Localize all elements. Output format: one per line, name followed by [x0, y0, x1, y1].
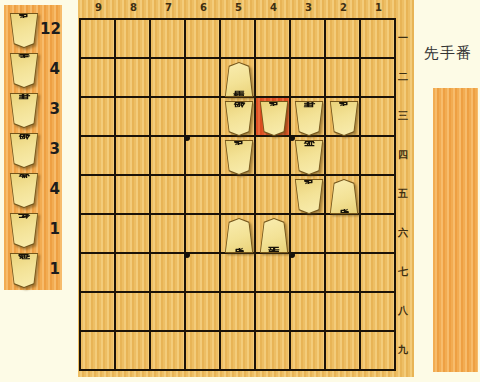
square-6-6[interactable]: [186, 215, 219, 252]
square-9-1[interactable]: [81, 20, 114, 57]
piece-shape: 龍馬: [224, 62, 254, 97]
piece-gold[interactable]: 金将: [9, 173, 39, 208]
square-1-9[interactable]: [361, 332, 394, 369]
square-1-1[interactable]: [361, 20, 394, 57]
piece-shape: 飛車: [9, 253, 39, 288]
piece-king-f3r4[interactable]: 玉将: [294, 140, 324, 175]
square-9-9[interactable]: [81, 332, 114, 369]
piece-face: 角行: [10, 214, 38, 247]
square-6-8[interactable]: [186, 293, 219, 330]
square-1-2[interactable]: [361, 59, 394, 96]
piece-shape: 歩兵: [329, 179, 359, 214]
square-2-6[interactable]: [326, 215, 359, 252]
square-7-7[interactable]: [151, 254, 184, 291]
square-9-7[interactable]: [81, 254, 114, 291]
square-9-2[interactable]: [81, 59, 114, 96]
piece-promoted-rook-f4r6[interactable]: 龍王: [259, 218, 289, 253]
piece-face: 歩兵: [330, 102, 358, 135]
square-7-6[interactable]: [151, 215, 184, 252]
square-8-6[interactable]: [116, 215, 149, 252]
piece-face: 銀将: [10, 134, 38, 167]
piece-face: 歩兵: [10, 14, 38, 47]
gote-hand-tray: 歩兵12香車4桂馬3銀将3金将4角行1飛車1: [4, 5, 62, 290]
piece-pawn-f4r3[interactable]: 歩兵: [259, 101, 289, 136]
square-6-5[interactable]: [186, 176, 219, 213]
hoshi-point: [289, 252, 295, 258]
piece-face: 銀将: [225, 102, 253, 135]
file-coordinate-labels: 987654321: [81, 2, 396, 13]
piece-face: 玉将: [295, 141, 323, 174]
piece-knight-f3r3[interactable]: 桂馬: [294, 101, 324, 136]
square-3-9[interactable]: [291, 332, 324, 369]
piece-shape: 歩兵: [9, 13, 39, 48]
file-label-8: 8: [116, 2, 151, 13]
piece-face: 龍馬: [225, 63, 253, 96]
file-label-3: 3: [291, 2, 326, 13]
piece-rook[interactable]: 飛車: [9, 253, 39, 288]
square-2-4[interactable]: [326, 137, 359, 174]
square-3-2[interactable]: [291, 59, 324, 96]
square-9-6[interactable]: [81, 215, 114, 252]
shogi-board: 987654321 一二三四五六七八九 龍馬銀将歩兵桂馬歩兵歩兵玉将歩兵歩兵歩兵…: [78, 0, 414, 377]
square-7-1[interactable]: [151, 20, 184, 57]
piece-silver[interactable]: 銀将: [9, 133, 39, 168]
square-7-3[interactable]: [151, 98, 184, 135]
hand-row-lance: 香車4: [4, 52, 62, 92]
file-label-7: 7: [151, 2, 186, 13]
square-2-8[interactable]: [326, 293, 359, 330]
piece-shape: 金将: [9, 173, 39, 208]
piece-shape: 歩兵: [259, 101, 289, 136]
piece-shape: 桂馬: [9, 93, 39, 128]
piece-shape: 桂馬: [294, 101, 324, 136]
piece-face: 桂馬: [295, 102, 323, 135]
piece-silver-f5r3[interactable]: 銀将: [224, 101, 254, 136]
square-4-1[interactable]: [256, 20, 289, 57]
hand-row-gold: 金将4: [4, 172, 62, 212]
rank-label-3: 三: [398, 96, 408, 135]
piece-shape: 龍王: [259, 218, 289, 253]
square-5-9[interactable]: [221, 332, 254, 369]
hand-count-silver: 3: [40, 140, 60, 158]
hand-count-pawn: 12: [40, 20, 60, 38]
piece-pawn-f5r6[interactable]: 歩兵: [224, 218, 254, 253]
hand-row-silver: 銀将3: [4, 132, 62, 172]
piece-face: 香車: [10, 54, 38, 87]
file-label-9: 9: [81, 2, 116, 13]
square-7-5[interactable]: [151, 176, 184, 213]
hoshi-point: [184, 135, 190, 141]
square-8-8[interactable]: [116, 293, 149, 330]
piece-face: 歩兵: [225, 141, 253, 174]
sente-hand-tray: [433, 88, 478, 372]
rank-label-6: 六: [398, 213, 408, 252]
square-8-2[interactable]: [116, 59, 149, 96]
piece-shape: 角行: [9, 213, 39, 248]
piece-shape: 銀将: [9, 133, 39, 168]
square-6-9[interactable]: [186, 332, 219, 369]
hand-row-rook: 飛車1: [4, 252, 62, 292]
piece-shape: 歩兵: [329, 101, 359, 136]
rank-label-2: 二: [398, 57, 408, 96]
piece-bishop[interactable]: 角行: [9, 213, 39, 248]
file-label-2: 2: [326, 2, 361, 13]
rank-coordinate-labels: 一二三四五六七八九: [398, 18, 408, 369]
piece-face: 金将: [10, 174, 38, 207]
piece-shape: 歩兵: [224, 140, 254, 175]
piece-shape: 玉将: [294, 140, 324, 175]
rank-label-7: 七: [398, 252, 408, 291]
piece-lance[interactable]: 香車: [9, 53, 39, 88]
square-3-1[interactable]: [291, 20, 324, 57]
square-7-4[interactable]: [151, 137, 184, 174]
piece-shape: 銀将: [224, 101, 254, 136]
hand-count-rook: 1: [40, 260, 60, 278]
square-4-5[interactable]: [256, 176, 289, 213]
square-2-1[interactable]: [326, 20, 359, 57]
rank-label-8: 八: [398, 291, 408, 330]
piece-face: 飛車: [10, 254, 38, 287]
square-7-8[interactable]: [151, 293, 184, 330]
square-5-5[interactable]: [221, 176, 254, 213]
square-1-8[interactable]: [361, 293, 394, 330]
square-7-2[interactable]: [151, 59, 184, 96]
piece-shape: 香車: [9, 53, 39, 88]
square-6-4[interactable]: [186, 137, 219, 174]
turn-indicator: 先手番: [424, 44, 472, 63]
square-8-7[interactable]: [116, 254, 149, 291]
square-1-6[interactable]: [361, 215, 394, 252]
file-label-4: 4: [256, 2, 291, 13]
square-2-2[interactable]: [326, 59, 359, 96]
square-7-9[interactable]: [151, 332, 184, 369]
rank-label-4: 四: [398, 135, 408, 174]
square-8-5[interactable]: [116, 176, 149, 213]
square-3-7[interactable]: [291, 254, 324, 291]
square-4-2[interactable]: [256, 59, 289, 96]
square-5-1[interactable]: [221, 20, 254, 57]
piece-pawn-f2r5[interactable]: 歩兵: [329, 179, 359, 214]
piece-face: 龍王: [260, 219, 288, 252]
square-9-8[interactable]: [81, 293, 114, 330]
piece-face: 桂馬: [10, 94, 38, 127]
rank-label-1: 一: [398, 18, 408, 57]
square-8-1[interactable]: [116, 20, 149, 57]
piece-face: 歩兵: [295, 180, 323, 213]
square-6-1[interactable]: [186, 20, 219, 57]
file-label-6: 6: [186, 2, 221, 13]
board-grid: 龍馬銀将歩兵桂馬歩兵歩兵玉将歩兵歩兵歩兵龍王: [79, 18, 396, 371]
square-5-7[interactable]: [221, 254, 254, 291]
square-8-4[interactable]: [116, 137, 149, 174]
hand-count-gold: 4: [40, 180, 60, 198]
piece-pawn-f3r5[interactable]: 歩兵: [294, 179, 324, 214]
file-label-5: 5: [221, 2, 256, 13]
square-6-2[interactable]: [186, 59, 219, 96]
hand-count-lance: 4: [40, 60, 60, 78]
square-4-7[interactable]: [256, 254, 289, 291]
piece-face: 歩兵: [225, 219, 253, 252]
square-3-6[interactable]: [291, 215, 324, 252]
piece-shape: 歩兵: [224, 218, 254, 253]
square-9-5[interactable]: [81, 176, 114, 213]
piece-shape: 歩兵: [294, 179, 324, 214]
square-2-9[interactable]: [326, 332, 359, 369]
square-8-9[interactable]: [116, 332, 149, 369]
piece-pawn-f2r3[interactable]: 歩兵: [329, 101, 359, 136]
hand-row-knight: 桂馬3: [4, 92, 62, 132]
square-8-3[interactable]: [116, 98, 149, 135]
piece-pawn-f5r4[interactable]: 歩兵: [224, 140, 254, 175]
square-9-3[interactable]: [81, 98, 114, 135]
square-2-7[interactable]: [326, 254, 359, 291]
file-label-1: 1: [361, 2, 396, 13]
square-1-4[interactable]: [361, 137, 394, 174]
piece-pawn[interactable]: 歩兵: [9, 13, 39, 48]
hand-count-knight: 3: [40, 100, 60, 118]
square-1-3[interactable]: [361, 98, 394, 135]
hand-count-bishop: 1: [40, 220, 60, 238]
piece-knight[interactable]: 桂馬: [9, 93, 39, 128]
square-6-3[interactable]: [186, 98, 219, 135]
square-4-4[interactable]: [256, 137, 289, 174]
square-6-7[interactable]: [186, 254, 219, 291]
piece-face: 歩兵: [260, 102, 288, 135]
square-9-4[interactable]: [81, 137, 114, 174]
piece-face: 歩兵: [330, 180, 358, 213]
hand-row-bishop: 角行1: [4, 212, 62, 252]
square-1-7[interactable]: [361, 254, 394, 291]
square-3-8[interactable]: [291, 293, 324, 330]
hand-row-pawn: 歩兵12: [4, 12, 62, 52]
square-4-8[interactable]: [256, 293, 289, 330]
square-4-9[interactable]: [256, 332, 289, 369]
square-1-5[interactable]: [361, 176, 394, 213]
piece-promoted-bishop-f5r2[interactable]: 龍馬: [224, 62, 254, 97]
rank-label-5: 五: [398, 174, 408, 213]
hoshi-point: [184, 252, 190, 258]
rank-label-9: 九: [398, 330, 408, 369]
square-5-8[interactable]: [221, 293, 254, 330]
